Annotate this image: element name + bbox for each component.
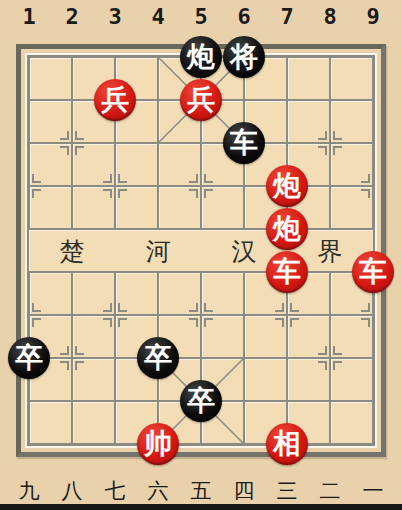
board-cell (158, 143, 201, 186)
piece-black-soldier[interactable]: 卒 (137, 337, 179, 379)
board-cell (330, 401, 373, 444)
piece-red-soldier[interactable]: 兵 (180, 79, 222, 121)
piece-black-chariot[interactable]: 车 (223, 122, 265, 164)
board-cell (201, 186, 244, 229)
file-label-top-1: 1 (22, 6, 35, 28)
file-label-top-6: 6 (237, 6, 250, 28)
piece-black-soldier[interactable]: 卒 (8, 337, 50, 379)
window-bottom-edge (0, 504, 402, 510)
board-cell (72, 186, 115, 229)
board-cell (29, 100, 72, 143)
board-cell (29, 143, 72, 186)
file-label-bottom-6: 四 (234, 481, 255, 502)
board-cell (287, 57, 330, 100)
piece-red-general[interactable]: 帅 (137, 423, 179, 465)
board-cell (72, 315, 115, 358)
file-label-top-7: 7 (280, 6, 293, 28)
board-cell (29, 272, 72, 315)
board-cell (29, 186, 72, 229)
board-cell (330, 57, 373, 100)
file-label-bottom-5: 五 (191, 481, 212, 502)
board-cell (29, 401, 72, 444)
board-cell (330, 100, 373, 143)
board-cell (330, 186, 373, 229)
file-label-top-8: 8 (323, 6, 336, 28)
piece-red-cannon[interactable]: 炮 (266, 165, 308, 207)
board-cell (201, 272, 244, 315)
file-label-bottom-8: 二 (320, 481, 341, 502)
board-cell (158, 186, 201, 229)
board-cell (29, 57, 72, 100)
file-label-top-4: 4 (151, 6, 164, 28)
board-cell (115, 143, 158, 186)
board-cell (287, 315, 330, 358)
board-cell (330, 315, 373, 358)
file-label-bottom-4: 六 (148, 481, 169, 502)
board-cell (287, 358, 330, 401)
board-cell (115, 272, 158, 315)
board-cell (72, 358, 115, 401)
file-label-top-2: 2 (65, 6, 78, 28)
file-label-bottom-3: 七 (105, 481, 126, 502)
piece-red-elephant[interactable]: 相 (266, 423, 308, 465)
board-cell (244, 315, 287, 358)
piece-black-general[interactable]: 将 (223, 36, 265, 78)
file-label-top-5: 5 (194, 6, 207, 28)
file-label-top-3: 3 (108, 6, 121, 28)
piece-red-chariot[interactable]: 车 (266, 251, 308, 293)
board-cell (330, 358, 373, 401)
piece-red-cannon[interactable]: 炮 (266, 208, 308, 250)
file-label-bottom-9: 一 (363, 481, 384, 502)
board-cell (244, 358, 287, 401)
board-cell (287, 100, 330, 143)
piece-black-soldier[interactable]: 卒 (180, 380, 222, 422)
file-label-bottom-1: 九 (19, 481, 40, 502)
board-cell (158, 272, 201, 315)
river-band (29, 229, 373, 272)
piece-red-chariot[interactable]: 车 (352, 251, 394, 293)
piece-black-cannon[interactable]: 炮 (180, 36, 222, 78)
xiangqi-app-window: 123456789 楚河汉界 炮将兵兵车炮炮车车卒卒卒帅相 九八七六五四三二一 (0, 0, 402, 510)
board-cell (72, 272, 115, 315)
file-label-bottom-7: 三 (277, 481, 298, 502)
board-cell (330, 143, 373, 186)
file-label-top-9: 9 (366, 6, 379, 28)
piece-red-soldier[interactable]: 兵 (94, 79, 136, 121)
board-cell (201, 315, 244, 358)
board-cell (72, 401, 115, 444)
board-cell (115, 186, 158, 229)
board-cell (72, 143, 115, 186)
file-label-bottom-2: 八 (62, 481, 83, 502)
